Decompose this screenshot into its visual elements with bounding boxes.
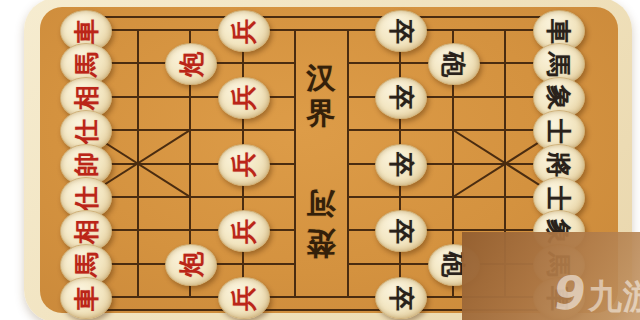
river-char-jie: 界 [301,95,341,131]
piece-character: 兵 [231,152,256,177]
piece-character: 砲 [441,52,466,77]
xiangqi-screenshot: 汉 界 河 楚 車馬相仕帥仕相馬車炮炮兵兵兵兵兵卒卒卒卒卒砲砲車馬象士將士象馬車… [0,0,640,320]
piece-character: 兵 [231,19,256,44]
piece-character: 兵 [231,85,256,110]
piece-red-soldier[interactable]: 兵 [218,144,270,186]
piece-character: 兵 [231,219,256,244]
piece-black-soldier[interactable]: 卒 [375,144,427,186]
piece-red-soldier[interactable]: 兵 [218,210,270,252]
piece-character: 相 [74,219,99,244]
piece-red-soldier[interactable]: 兵 [218,77,270,119]
piece-character: 車 [74,19,99,44]
jiuyou-logo-9-icon: 9 [546,268,593,318]
piece-red-soldier[interactable]: 兵 [218,277,270,319]
piece-character: 馬 [546,52,571,77]
piece-black-soldier[interactable]: 卒 [375,77,427,119]
piece-character: 馬 [74,52,99,77]
piece-character: 炮 [179,252,204,277]
piece-black-soldier[interactable]: 卒 [375,10,427,52]
piece-character: 帥 [74,152,99,177]
piece-character: 車 [546,19,571,44]
piece-character: 卒 [389,152,414,177]
file-line [84,29,559,31]
piece-character: 卒 [389,19,414,44]
piece-character: 馬 [74,252,99,277]
piece-character: 卒 [389,85,414,110]
piece-character: 將 [546,152,571,177]
piece-character: 炮 [179,52,204,77]
piece-character: 車 [74,286,99,311]
piece-red-chariot[interactable]: 車 [60,277,112,319]
piece-character: 士 [546,186,571,211]
river-char-chu: 楚 [301,226,341,262]
jiuyou-logo-text: 九游 [588,276,640,316]
piece-character: 兵 [231,286,256,311]
piece-black-soldier[interactable]: 卒 [375,277,427,319]
river-char-he: 河 [301,186,341,222]
piece-character: 卒 [389,286,414,311]
river-char-han: 汉 [301,60,341,96]
piece-character: 象 [546,85,571,110]
piece-character: 卒 [389,219,414,244]
piece-red-cannon[interactable]: 炮 [165,244,217,286]
piece-character: 仕 [74,186,99,211]
piece-red-soldier[interactable]: 兵 [218,10,270,52]
piece-character: 仕 [74,119,99,144]
piece-character: 相 [74,85,99,110]
piece-character: 士 [546,119,571,144]
piece-black-cannon[interactable]: 砲 [428,43,480,85]
